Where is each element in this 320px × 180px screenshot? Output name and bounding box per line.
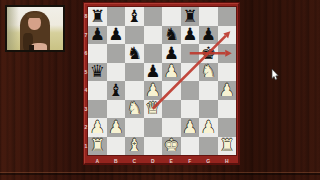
square-d5[interactable]: ♟ xyxy=(144,63,163,82)
square-e8[interactable] xyxy=(162,7,181,26)
rank-label-8: 8 xyxy=(84,13,88,19)
streamer-top-strap xyxy=(29,45,34,50)
square-h2[interactable] xyxy=(218,118,237,137)
webcam-feed xyxy=(5,5,65,52)
piece-bP-d5[interactable]: ♟ xyxy=(145,63,160,80)
board-grid[interactable]: ♜♝♜♟♟♞♟♟♞♟♚♛♟♟♞♝♟♟♞♛♟♟♟♟♜♝♚♜ xyxy=(88,7,236,155)
square-e5[interactable]: ♟ xyxy=(162,63,181,82)
piece-wP-h4[interactable]: ♟ xyxy=(219,81,234,98)
square-a2[interactable]: ♟ xyxy=(88,118,107,137)
file-label-A: A xyxy=(88,158,107,165)
square-g1[interactable] xyxy=(199,137,218,156)
square-g2[interactable]: ♟ xyxy=(199,118,218,137)
file-label-E: E xyxy=(162,158,181,165)
piece-wN-c3[interactable]: ♞ xyxy=(127,100,142,117)
square-a1[interactable]: ♜ xyxy=(88,137,107,156)
square-a3[interactable] xyxy=(88,100,107,119)
streamer-hair-fringe xyxy=(27,13,42,18)
rank-label-4: 4 xyxy=(84,87,88,93)
rank-label-2: 2 xyxy=(84,124,88,130)
square-e7[interactable]: ♞ xyxy=(162,26,181,45)
square-c5[interactable] xyxy=(125,63,144,82)
square-e3[interactable] xyxy=(162,100,181,119)
square-f2[interactable]: ♟ xyxy=(181,118,200,137)
piece-bB-c8[interactable]: ♝ xyxy=(127,7,142,24)
piece-bB-b4[interactable]: ♝ xyxy=(108,81,123,98)
piece-wP-e5[interactable]: ♟ xyxy=(164,63,179,80)
file-label-C: C xyxy=(125,158,144,165)
square-c3[interactable]: ♞ xyxy=(125,100,144,119)
square-f8[interactable]: ♜ xyxy=(181,7,200,26)
chess-board: ♜♝♜♟♟♞♟♟♞♟♚♛♟♟♞♝♟♟♞♛♟♟♟♟♜♝♚♜ 87654321ABC… xyxy=(83,2,240,165)
piece-bP-e6[interactable]: ♟ xyxy=(164,44,179,61)
square-d3[interactable]: ♛ xyxy=(144,100,163,119)
square-f3[interactable] xyxy=(181,100,200,119)
piece-wP-b2[interactable]: ♟ xyxy=(108,118,123,135)
square-b3[interactable] xyxy=(107,100,126,119)
piece-wP-a2[interactable]: ♟ xyxy=(90,118,105,135)
square-h5[interactable] xyxy=(218,63,237,82)
piece-wR-a1[interactable]: ♜ xyxy=(90,137,105,154)
square-g6[interactable]: ♚ xyxy=(199,44,218,63)
square-d8[interactable] xyxy=(144,7,163,26)
square-f1[interactable] xyxy=(181,137,200,156)
square-h6[interactable] xyxy=(218,44,237,63)
square-b2[interactable]: ♟ xyxy=(107,118,126,137)
square-h7[interactable] xyxy=(218,26,237,45)
piece-wN-g5[interactable]: ♞ xyxy=(201,63,216,80)
square-g5[interactable]: ♞ xyxy=(199,63,218,82)
square-e6[interactable]: ♟ xyxy=(162,44,181,63)
square-a6[interactable] xyxy=(88,44,107,63)
square-f6[interactable] xyxy=(181,44,200,63)
square-f5[interactable] xyxy=(181,63,200,82)
piece-bR-a8[interactable]: ♜ xyxy=(90,7,105,24)
rank-label-1: 1 xyxy=(84,143,88,149)
rank-label-7: 7 xyxy=(84,32,88,38)
square-b7[interactable]: ♟ xyxy=(107,26,126,45)
rank-label-6: 6 xyxy=(84,50,88,56)
piece-bP-f7[interactable]: ♟ xyxy=(182,26,197,43)
file-label-G: G xyxy=(199,158,218,165)
square-c2[interactable] xyxy=(125,118,144,137)
file-label-H: H xyxy=(218,158,237,165)
file-label-D: D xyxy=(144,158,163,165)
square-d6[interactable] xyxy=(144,44,163,63)
square-b1[interactable] xyxy=(107,137,126,156)
piece-wK-e1[interactable]: ♚ xyxy=(164,137,179,154)
piece-bK-g6[interactable]: ♚ xyxy=(201,44,216,61)
piece-bP-g7[interactable]: ♟ xyxy=(201,26,216,43)
webcam-room-wall xyxy=(7,7,19,50)
piece-wR-h1[interactable]: ♜ xyxy=(219,137,234,154)
square-e4[interactable] xyxy=(162,81,181,100)
piece-wQ-d3[interactable]: ♛ xyxy=(145,100,160,117)
square-d1[interactable] xyxy=(144,137,163,156)
piece-bP-b7[interactable]: ♟ xyxy=(108,26,123,43)
square-a7[interactable]: ♟ xyxy=(88,26,107,45)
square-a4[interactable] xyxy=(88,81,107,100)
piece-bR-f8[interactable]: ♜ xyxy=(182,7,197,24)
square-a8[interactable]: ♜ xyxy=(88,7,107,26)
square-e1[interactable]: ♚ xyxy=(162,137,181,156)
piece-wB-c1[interactable]: ♝ xyxy=(127,137,142,154)
square-b4[interactable]: ♝ xyxy=(107,81,126,100)
square-f4[interactable] xyxy=(181,81,200,100)
wood-seam xyxy=(0,172,320,175)
square-c7[interactable] xyxy=(125,26,144,45)
square-d2[interactable] xyxy=(144,118,163,137)
file-label-B: B xyxy=(107,158,126,165)
desktop-background: ♜♝♜♟♟♞♟♟♞♟♚♛♟♟♞♝♟♟♞♛♟♟♟♟♜♝♚♜ 87654321ABC… xyxy=(0,0,320,180)
file-label-F: F xyxy=(181,158,200,165)
piece-wP-d4[interactable]: ♟ xyxy=(145,81,160,98)
piece-bQ-a5[interactable]: ♛ xyxy=(90,63,105,80)
piece-bN-e7[interactable]: ♞ xyxy=(164,26,179,43)
square-b5[interactable] xyxy=(107,63,126,82)
square-g4[interactable] xyxy=(199,81,218,100)
square-h3[interactable] xyxy=(218,100,237,119)
mouse-cursor xyxy=(271,69,279,81)
square-c4[interactable] xyxy=(125,81,144,100)
square-d7[interactable] xyxy=(144,26,163,45)
square-g3[interactable] xyxy=(199,100,218,119)
rank-label-5: 5 xyxy=(84,69,88,75)
piece-bP-a7[interactable]: ♟ xyxy=(90,26,105,43)
square-f7[interactable]: ♟ xyxy=(181,26,200,45)
piece-bN-c6[interactable]: ♞ xyxy=(127,44,142,61)
square-c8[interactable]: ♝ xyxy=(125,7,144,26)
square-e2[interactable] xyxy=(162,118,181,137)
square-g7[interactable]: ♟ xyxy=(199,26,218,45)
square-b6[interactable] xyxy=(107,44,126,63)
piece-wP-f2[interactable]: ♟ xyxy=(182,118,197,135)
rank-label-3: 3 xyxy=(84,106,88,112)
square-d4[interactable]: ♟ xyxy=(144,81,163,100)
square-c1[interactable]: ♝ xyxy=(125,137,144,156)
square-h4[interactable]: ♟ xyxy=(218,81,237,100)
square-h8[interactable] xyxy=(218,7,237,26)
square-c6[interactable]: ♞ xyxy=(125,44,144,63)
square-a5[interactable]: ♛ xyxy=(88,63,107,82)
square-g8[interactable] xyxy=(199,7,218,26)
square-b8[interactable] xyxy=(107,7,126,26)
piece-wP-g2[interactable]: ♟ xyxy=(201,118,216,135)
square-h1[interactable]: ♜ xyxy=(218,137,237,156)
